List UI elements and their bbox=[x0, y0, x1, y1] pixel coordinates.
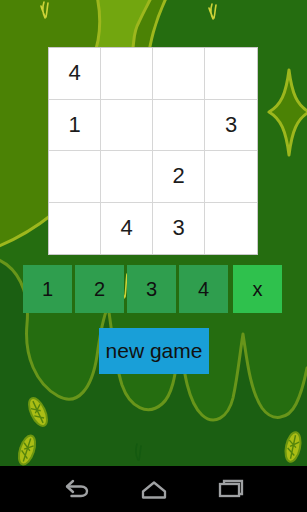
home-button[interactable] bbox=[137, 477, 170, 501]
keypad-button-3[interactable]: 3 bbox=[127, 265, 176, 313]
board-cell-r3c3[interactable]: 2 bbox=[153, 151, 205, 203]
home-icon bbox=[141, 479, 167, 499]
android-navbar bbox=[0, 466, 307, 512]
board-cell-r4c2[interactable]: 4 bbox=[101, 203, 153, 255]
new-game-button[interactable]: new game bbox=[99, 328, 209, 374]
board-cell-r3c1[interactable] bbox=[49, 151, 101, 203]
keypad-button-2[interactable]: 2 bbox=[75, 265, 124, 313]
recents-button[interactable] bbox=[214, 477, 247, 501]
board-cell-r1c1[interactable]: 4 bbox=[49, 48, 101, 100]
board-cell-r4c1[interactable] bbox=[49, 203, 101, 255]
board-cell-r2c2[interactable] bbox=[101, 100, 153, 152]
board-cell-r2c1[interactable]: 1 bbox=[49, 100, 101, 152]
board-cell-r2c3[interactable] bbox=[153, 100, 205, 152]
back-button[interactable] bbox=[60, 477, 93, 501]
board-cell-r1c3[interactable] bbox=[153, 48, 205, 100]
sudoku-board: 4 1 3 2 4 3 bbox=[48, 47, 258, 255]
board-cell-r4c4[interactable] bbox=[205, 203, 257, 255]
board-cell-r3c2[interactable] bbox=[101, 151, 153, 203]
board-cell-r1c4[interactable] bbox=[205, 48, 257, 100]
keypad-button-4[interactable]: 4 bbox=[179, 265, 228, 313]
keypad-button-1[interactable]: 1 bbox=[23, 265, 72, 313]
board-cell-r3c4[interactable] bbox=[205, 151, 257, 203]
recents-icon bbox=[218, 479, 244, 499]
app-screen: 4 1 3 2 4 3 1 2 3 4 x new game bbox=[0, 0, 307, 512]
keypad: 1 2 3 4 x bbox=[23, 265, 282, 313]
back-icon bbox=[64, 479, 90, 499]
board-cell-r2c4[interactable]: 3 bbox=[205, 100, 257, 152]
keypad-button-clear[interactable]: x bbox=[233, 265, 282, 313]
board-cell-r1c2[interactable] bbox=[101, 48, 153, 100]
board-cell-r4c3[interactable]: 3 bbox=[153, 203, 205, 255]
